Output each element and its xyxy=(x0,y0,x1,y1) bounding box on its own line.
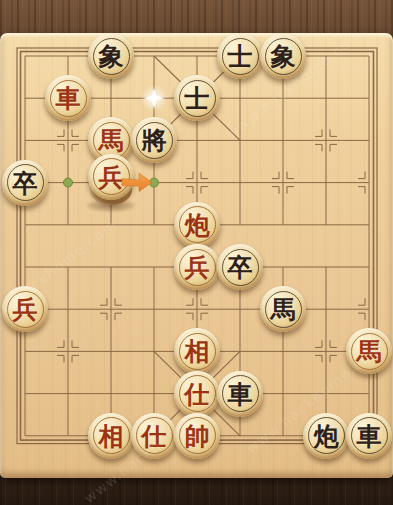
piece-black-advisor[interactable]: 士 xyxy=(217,33,263,79)
piece-red-soldier[interactable]: 兵 xyxy=(88,154,134,200)
piece-character: 相 xyxy=(174,328,220,374)
piece-character: 卒 xyxy=(217,244,263,290)
piece-character: 炮 xyxy=(303,413,349,459)
piece-red-advisor[interactable]: 仕 xyxy=(131,413,177,459)
piece-black-elephant[interactable]: 象 xyxy=(88,33,134,79)
piece-red-advisor[interactable]: 仕 xyxy=(174,371,220,417)
piece-character: 象 xyxy=(260,33,306,79)
piece-black-cannon[interactable]: 炮 xyxy=(303,413,349,459)
pieces-layer: 象士象車士馬將卒兵炮兵卒兵馬相馬仕車相仕帥炮車 xyxy=(0,0,393,505)
piece-black-soldier[interactable]: 卒 xyxy=(217,244,263,290)
piece-black-elephant[interactable]: 象 xyxy=(260,33,306,79)
piece-character: 士 xyxy=(217,33,263,79)
piece-black-horse[interactable]: 馬 xyxy=(260,286,306,332)
piece-black-chariot[interactable]: 車 xyxy=(217,371,263,417)
piece-red-soldier[interactable]: 兵 xyxy=(174,244,220,290)
piece-red-general[interactable]: 帥 xyxy=(174,413,220,459)
piece-red-cannon[interactable]: 炮 xyxy=(174,202,220,248)
piece-character: 象 xyxy=(88,33,134,79)
piece-character: 帥 xyxy=(174,413,220,459)
piece-character: 卒 xyxy=(2,160,48,206)
piece-character: 士 xyxy=(174,75,220,121)
piece-red-horse[interactable]: 馬 xyxy=(346,328,392,374)
piece-red-elephant[interactable]: 相 xyxy=(88,413,134,459)
piece-red-elephant[interactable]: 相 xyxy=(174,328,220,374)
piece-character: 相 xyxy=(88,413,134,459)
piece-red-chariot[interactable]: 車 xyxy=(45,75,91,121)
piece-character: 兵 xyxy=(174,244,220,290)
piece-black-advisor[interactable]: 士 xyxy=(174,75,220,121)
piece-black-chariot[interactable]: 車 xyxy=(346,413,392,459)
piece-character: 兵 xyxy=(2,286,48,332)
piece-character: 馬 xyxy=(346,328,392,374)
piece-black-soldier[interactable]: 卒 xyxy=(2,160,48,206)
piece-character: 馬 xyxy=(260,286,306,332)
piece-character: 車 xyxy=(217,371,263,417)
piece-character: 炮 xyxy=(174,202,220,248)
piece-character: 兵 xyxy=(88,154,134,200)
piece-black-general[interactable]: 將 xyxy=(131,117,177,163)
piece-character: 將 xyxy=(131,117,177,163)
piece-red-soldier[interactable]: 兵 xyxy=(2,286,48,332)
piece-character: 仕 xyxy=(131,413,177,459)
piece-character: 車 xyxy=(346,413,392,459)
piece-character: 車 xyxy=(45,75,91,121)
piece-character: 仕 xyxy=(174,371,220,417)
